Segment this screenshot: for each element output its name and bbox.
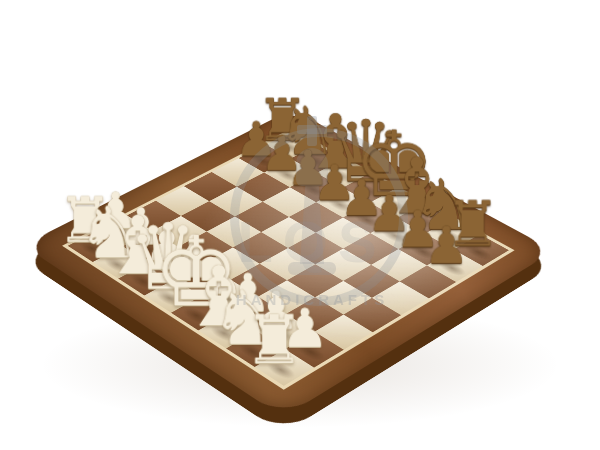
square-g3 bbox=[286, 297, 344, 331]
square-d3 bbox=[204, 247, 260, 279]
square-h3 bbox=[315, 315, 373, 350]
square-e4 bbox=[260, 248, 316, 280]
square-f4 bbox=[287, 264, 343, 297]
square-h4 bbox=[344, 298, 402, 332]
square-f5 bbox=[315, 249, 371, 281]
square-h6 bbox=[400, 265, 456, 298]
square-h5 bbox=[372, 281, 429, 315]
square-g4 bbox=[315, 281, 372, 315]
product-photo: ♜♞♝♛♚♝♞♜♟♟♟♟♟♟♟♟♟♟♟♟♟♟♟♟♜♞♝♛♚♝♞♜ LQS HAN… bbox=[0, 0, 600, 450]
square-d1 bbox=[144, 279, 201, 313]
square-g5 bbox=[343, 265, 399, 298]
square-c2 bbox=[148, 247, 204, 279]
square-e3 bbox=[231, 264, 287, 297]
square-f3 bbox=[258, 280, 315, 314]
